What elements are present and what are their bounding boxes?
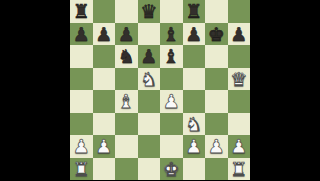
square-a8[interactable]: ♜ [70, 0, 93, 23]
square-c2[interactable] [115, 135, 138, 158]
square-f4[interactable] [183, 90, 206, 113]
square-h6[interactable] [228, 45, 251, 68]
square-f7[interactable]: ♟ [183, 23, 206, 46]
square-c6[interactable]: ♞ [115, 45, 138, 68]
square-f6[interactable] [183, 45, 206, 68]
square-d3[interactable] [138, 113, 161, 136]
piece-black-pawn[interactable]: ♟ [118, 22, 135, 45]
piece-black-rook[interactable]: ♜ [185, 0, 202, 22]
square-a3[interactable] [70, 113, 93, 136]
square-b6[interactable] [93, 45, 116, 68]
square-h1[interactable]: ♜ [228, 158, 251, 181]
square-h3[interactable] [228, 113, 251, 136]
square-e1[interactable]: ♚ [160, 158, 183, 181]
square-g7[interactable]: ♚ [205, 23, 228, 46]
square-f2[interactable]: ♟ [183, 135, 206, 158]
square-d1[interactable] [138, 158, 161, 181]
piece-white-pawn[interactable]: ♟ [73, 135, 90, 158]
piece-white-pawn[interactable]: ♟ [185, 135, 202, 158]
letterbox-left [0, 0, 70, 180]
piece-black-queen[interactable]: ♛ [140, 0, 157, 22]
piece-white-queen[interactable]: ♛ [230, 67, 247, 90]
square-e3[interactable] [160, 113, 183, 136]
square-d6[interactable]: ♟ [138, 45, 161, 68]
square-g8[interactable] [205, 0, 228, 23]
letterbox-right [250, 0, 320, 180]
square-g6[interactable] [205, 45, 228, 68]
piece-black-bishop[interactable]: ♝ [163, 22, 180, 45]
piece-black-king[interactable]: ♚ [208, 22, 225, 45]
square-e6[interactable]: ♝ [160, 45, 183, 68]
piece-white-knight[interactable]: ♞ [185, 112, 202, 135]
square-g5[interactable] [205, 68, 228, 91]
square-g3[interactable] [205, 113, 228, 136]
piece-black-bishop[interactable]: ♝ [163, 45, 180, 68]
piece-black-pawn[interactable]: ♟ [140, 45, 157, 68]
piece-white-rook[interactable]: ♜ [230, 157, 247, 180]
square-h4[interactable] [228, 90, 251, 113]
square-a5[interactable] [70, 68, 93, 91]
square-b3[interactable] [93, 113, 116, 136]
square-f5[interactable] [183, 68, 206, 91]
square-g4[interactable] [205, 90, 228, 113]
square-h7[interactable]: ♟ [228, 23, 251, 46]
piece-black-knight[interactable]: ♞ [118, 45, 135, 68]
square-b7[interactable]: ♟ [93, 23, 116, 46]
square-f8[interactable]: ♜ [183, 0, 206, 23]
square-f3[interactable]: ♞ [183, 113, 206, 136]
square-c4[interactable]: ♝ [115, 90, 138, 113]
piece-white-pawn[interactable]: ♟ [230, 135, 247, 158]
piece-white-knight[interactable]: ♞ [140, 67, 157, 90]
square-a7[interactable]: ♟ [70, 23, 93, 46]
chess-app-stage: ♜♛♜♟♟♟♝♟♚♟♞♟♝♞♛♝♟♞♟♟♟♟♟♜♚♜ [0, 0, 320, 180]
square-h8[interactable] [228, 0, 251, 23]
piece-white-king[interactable]: ♚ [163, 157, 180, 180]
piece-black-pawn[interactable]: ♟ [73, 22, 90, 45]
square-g1[interactable] [205, 158, 228, 181]
square-e8[interactable] [160, 0, 183, 23]
square-a2[interactable]: ♟ [70, 135, 93, 158]
square-b5[interactable] [93, 68, 116, 91]
square-g2[interactable]: ♟ [205, 135, 228, 158]
square-a6[interactable] [70, 45, 93, 68]
square-f1[interactable] [183, 158, 206, 181]
square-c8[interactable] [115, 0, 138, 23]
square-h5[interactable]: ♛ [228, 68, 251, 91]
chess-board: ♜♛♜♟♟♟♝♟♚♟♞♟♝♞♛♝♟♞♟♟♟♟♟♜♚♜ [70, 0, 250, 180]
square-e2[interactable] [160, 135, 183, 158]
square-c7[interactable]: ♟ [115, 23, 138, 46]
square-d2[interactable] [138, 135, 161, 158]
piece-white-bishop[interactable]: ♝ [118, 90, 135, 113]
square-c5[interactable] [115, 68, 138, 91]
piece-white-pawn[interactable]: ♟ [163, 90, 180, 113]
piece-black-pawn[interactable]: ♟ [185, 22, 202, 45]
square-c1[interactable] [115, 158, 138, 181]
square-d4[interactable] [138, 90, 161, 113]
square-e5[interactable] [160, 68, 183, 91]
square-h2[interactable]: ♟ [228, 135, 251, 158]
square-b2[interactable]: ♟ [93, 135, 116, 158]
square-b4[interactable] [93, 90, 116, 113]
piece-black-pawn[interactable]: ♟ [95, 22, 112, 45]
square-c3[interactable] [115, 113, 138, 136]
square-d5[interactable]: ♞ [138, 68, 161, 91]
piece-white-pawn[interactable]: ♟ [95, 135, 112, 158]
square-b8[interactable] [93, 0, 116, 23]
square-d7[interactable] [138, 23, 161, 46]
square-a1[interactable]: ♜ [70, 158, 93, 181]
piece-black-pawn[interactable]: ♟ [230, 22, 247, 45]
piece-white-pawn[interactable]: ♟ [208, 135, 225, 158]
piece-white-rook[interactable]: ♜ [73, 157, 90, 180]
piece-black-rook[interactable]: ♜ [73, 0, 90, 22]
square-a4[interactable] [70, 90, 93, 113]
square-d8[interactable]: ♛ [138, 0, 161, 23]
square-e4[interactable]: ♟ [160, 90, 183, 113]
square-b1[interactable] [93, 158, 116, 181]
square-e7[interactable]: ♝ [160, 23, 183, 46]
